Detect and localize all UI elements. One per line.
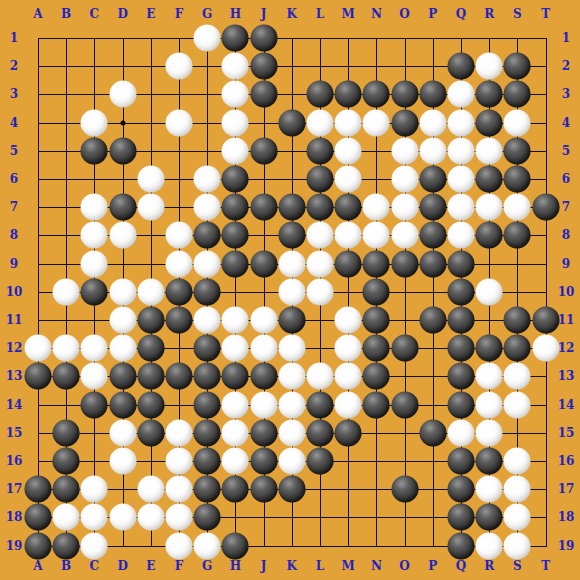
stone-black-L15[interactable] (307, 419, 334, 446)
row-label-right-5: 5 (562, 145, 570, 157)
stone-black-S5[interactable] (504, 137, 531, 164)
stone-black-Q18[interactable] (448, 504, 475, 531)
stone-white-H2[interactable] (222, 53, 249, 80)
row-label-left-19: 19 (6, 540, 23, 552)
stone-black-K17[interactable] (278, 476, 305, 503)
stone-white-C12[interactable] (81, 335, 108, 362)
stone-black-P8[interactable] (419, 222, 446, 249)
row-label-right-1: 1 (562, 32, 570, 44)
stone-white-M5[interactable] (335, 137, 362, 164)
stone-white-B12[interactable] (53, 335, 80, 362)
stone-black-M15[interactable] (335, 419, 362, 446)
stone-white-R19[interactable] (476, 532, 503, 559)
stone-white-J12[interactable] (250, 335, 277, 362)
col-label-bottom-R: R (484, 560, 494, 572)
stone-black-J9[interactable] (250, 250, 277, 277)
stone-black-C10[interactable] (81, 278, 108, 305)
stone-white-S13[interactable] (504, 363, 531, 390)
stone-white-M6[interactable] (335, 166, 362, 193)
stone-black-G18[interactable] (194, 504, 221, 531)
stone-black-P3[interactable] (419, 81, 446, 108)
stone-black-G15[interactable] (194, 419, 221, 446)
row-label-right-15: 15 (558, 427, 575, 439)
stone-black-K8[interactable] (278, 222, 305, 249)
stone-white-C13[interactable] (81, 363, 108, 390)
stone-black-C5[interactable] (81, 137, 108, 164)
stone-black-N3[interactable] (363, 81, 390, 108)
stone-white-M13[interactable] (335, 363, 362, 390)
stone-black-H7[interactable] (222, 194, 249, 221)
stone-white-O5[interactable] (391, 137, 418, 164)
stone-white-B10[interactable] (53, 278, 80, 305)
stone-white-D3[interactable] (109, 81, 136, 108)
stone-white-S7[interactable] (504, 194, 531, 221)
stone-white-F19[interactable] (166, 532, 193, 559)
stone-black-A13[interactable] (25, 363, 52, 390)
col-label-top-C: C (90, 8, 100, 20)
stone-black-K11[interactable] (278, 307, 305, 334)
stone-black-Q2[interactable] (448, 53, 475, 80)
stone-white-N4[interactable] (363, 109, 390, 136)
stone-white-O6[interactable] (391, 166, 418, 193)
stone-black-J16[interactable] (250, 448, 277, 475)
stone-white-G11[interactable] (194, 307, 221, 334)
stone-black-R12[interactable] (476, 335, 503, 362)
stone-white-D18[interactable] (109, 504, 136, 531)
stone-black-J1[interactable] (250, 25, 277, 52)
row-label-right-13: 13 (558, 370, 575, 382)
stone-black-Q10[interactable] (448, 278, 475, 305)
col-label-top-H: H (230, 8, 241, 20)
stone-white-S19[interactable] (504, 532, 531, 559)
col-label-top-N: N (371, 8, 382, 20)
row-label-right-6: 6 (562, 173, 570, 185)
stone-white-E7[interactable] (137, 194, 164, 221)
stone-white-F9[interactable] (166, 250, 193, 277)
stone-white-M4[interactable] (335, 109, 362, 136)
stone-white-K9[interactable] (278, 250, 305, 277)
grid-line-v-T (546, 38, 547, 547)
stone-black-J13[interactable] (250, 363, 277, 390)
stone-black-S8[interactable] (504, 222, 531, 249)
row-label-left-8: 8 (10, 229, 18, 241)
col-label-bottom-S: S (513, 560, 522, 572)
stone-black-O12[interactable] (391, 335, 418, 362)
stone-white-Q7[interactable] (448, 194, 475, 221)
stone-black-M7[interactable] (335, 194, 362, 221)
stone-white-Q8[interactable] (448, 222, 475, 249)
col-label-top-L: L (316, 8, 324, 20)
col-label-top-S: S (513, 8, 522, 20)
row-label-right-14: 14 (558, 399, 575, 411)
stone-white-R14[interactable] (476, 391, 503, 418)
stone-black-N12[interactable] (363, 335, 390, 362)
col-label-bottom-J: J (261, 560, 267, 572)
stone-black-J7[interactable] (250, 194, 277, 221)
stone-white-H4[interactable] (222, 109, 249, 136)
stone-black-G16[interactable] (194, 448, 221, 475)
stone-black-J5[interactable] (250, 137, 277, 164)
stone-white-K12[interactable] (278, 335, 305, 362)
stone-white-D12[interactable] (109, 335, 136, 362)
col-label-top-P: P (428, 8, 437, 20)
stone-black-Q14[interactable] (448, 391, 475, 418)
stone-white-H3[interactable] (222, 81, 249, 108)
col-label-bottom-K: K (287, 560, 297, 572)
stone-white-K10[interactable] (278, 278, 305, 305)
stone-black-G10[interactable] (194, 278, 221, 305)
stone-black-N14[interactable] (363, 391, 390, 418)
stone-white-C4[interactable] (81, 109, 108, 136)
stone-black-H1[interactable] (222, 25, 249, 52)
stone-black-E13[interactable] (137, 363, 164, 390)
stone-black-K4[interactable] (278, 109, 305, 136)
stone-white-H14[interactable] (222, 391, 249, 418)
stone-white-B18[interactable] (53, 504, 80, 531)
stone-white-H16[interactable] (222, 448, 249, 475)
col-label-bottom-D: D (117, 560, 127, 572)
stone-white-E17[interactable] (137, 476, 164, 503)
stone-black-Q13[interactable] (448, 363, 475, 390)
col-label-top-Q: Q (456, 8, 466, 20)
stone-black-E15[interactable] (137, 419, 164, 446)
stone-white-Q5[interactable] (448, 137, 475, 164)
col-label-top-D: D (117, 8, 127, 20)
stone-white-M14[interactable] (335, 391, 362, 418)
col-label-bottom-Q: Q (456, 560, 466, 572)
col-label-bottom-A: A (33, 560, 42, 572)
stone-white-S4[interactable] (504, 109, 531, 136)
stone-white-S14[interactable] (504, 391, 531, 418)
stone-black-H13[interactable] (222, 363, 249, 390)
col-label-bottom-E: E (146, 560, 155, 572)
stone-black-E11[interactable] (137, 307, 164, 334)
stone-white-C17[interactable] (81, 476, 108, 503)
stone-white-T12[interactable] (532, 335, 559, 362)
stone-white-Q3[interactable] (448, 81, 475, 108)
stone-white-C7[interactable] (81, 194, 108, 221)
row-label-left-9: 9 (10, 258, 18, 270)
stone-white-R7[interactable] (476, 194, 503, 221)
stone-white-G1[interactable] (194, 25, 221, 52)
stone-black-S3[interactable] (504, 81, 531, 108)
stone-black-B13[interactable] (53, 363, 80, 390)
col-label-bottom-P: P (428, 560, 437, 572)
stone-black-R6[interactable] (476, 166, 503, 193)
row-label-right-16: 16 (558, 455, 575, 467)
stone-black-J2[interactable] (250, 53, 277, 80)
row-label-left-6: 6 (10, 173, 18, 185)
stone-white-Q4[interactable] (448, 109, 475, 136)
stone-white-L10[interactable] (307, 278, 334, 305)
stone-black-N13[interactable] (363, 363, 390, 390)
stone-white-N7[interactable] (363, 194, 390, 221)
stone-black-D7[interactable] (109, 194, 136, 221)
stone-black-T7[interactable] (532, 194, 559, 221)
stone-white-H12[interactable] (222, 335, 249, 362)
stone-black-H19[interactable] (222, 532, 249, 559)
stone-black-O9[interactable] (391, 250, 418, 277)
stone-black-S6[interactable] (504, 166, 531, 193)
stone-black-N10[interactable] (363, 278, 390, 305)
go-board[interactable]: AA11BB22CC33DD44EE55FF66GG77HH88JJ99KK10… (0, 0, 580, 580)
stone-black-H8[interactable] (222, 222, 249, 249)
col-label-top-G: G (202, 8, 212, 20)
row-label-left-7: 7 (10, 201, 18, 213)
stone-white-D10[interactable] (109, 278, 136, 305)
row-label-right-9: 9 (562, 258, 570, 270)
stone-white-R17[interactable] (476, 476, 503, 503)
row-label-left-13: 13 (6, 370, 23, 382)
stone-black-L16[interactable] (307, 448, 334, 475)
stone-black-N9[interactable] (363, 250, 390, 277)
stone-white-O7[interactable] (391, 194, 418, 221)
stone-white-H15[interactable] (222, 419, 249, 446)
row-label-left-5: 5 (10, 145, 18, 157)
stone-black-K7[interactable] (278, 194, 305, 221)
col-label-top-O: O (399, 8, 409, 20)
stone-white-S17[interactable] (504, 476, 531, 503)
stone-white-L8[interactable] (307, 222, 334, 249)
stone-white-R13[interactable] (476, 363, 503, 390)
row-label-right-19: 19 (558, 540, 575, 552)
stone-white-H11[interactable] (222, 307, 249, 334)
stone-black-A18[interactable] (25, 504, 52, 531)
row-label-right-7: 7 (562, 201, 570, 213)
stone-black-A19[interactable] (25, 532, 52, 559)
stone-white-K13[interactable] (278, 363, 305, 390)
col-label-top-E: E (146, 8, 155, 20)
stone-white-R5[interactable] (476, 137, 503, 164)
stone-white-P5[interactable] (419, 137, 446, 164)
col-label-bottom-L: L (316, 560, 324, 572)
stone-black-L3[interactable] (307, 81, 334, 108)
stone-black-B19[interactable] (53, 532, 80, 559)
stone-white-K15[interactable] (278, 419, 305, 446)
stone-black-P7[interactable] (419, 194, 446, 221)
stone-black-B16[interactable] (53, 448, 80, 475)
row-label-left-18: 18 (6, 511, 23, 523)
row-label-right-17: 17 (558, 483, 575, 495)
stone-black-Q19[interactable] (448, 532, 475, 559)
row-label-right-4: 4 (562, 117, 570, 129)
stone-white-F18[interactable] (166, 504, 193, 531)
row-label-right-11: 11 (558, 314, 575, 326)
stone-black-M9[interactable] (335, 250, 362, 277)
col-label-bottom-T: T (541, 560, 550, 572)
stone-white-L4[interactable] (307, 109, 334, 136)
stone-black-B17[interactable] (53, 476, 80, 503)
row-label-left-11: 11 (6, 314, 23, 326)
stone-black-L6[interactable] (307, 166, 334, 193)
stone-black-E14[interactable] (137, 391, 164, 418)
stone-white-E10[interactable] (137, 278, 164, 305)
stone-black-J17[interactable] (250, 476, 277, 503)
stone-black-G14[interactable] (194, 391, 221, 418)
col-label-top-M: M (342, 8, 355, 20)
stone-white-E6[interactable] (137, 166, 164, 193)
stone-white-F16[interactable] (166, 448, 193, 475)
stone-white-S18[interactable] (504, 504, 531, 531)
col-label-top-F: F (175, 8, 184, 20)
stone-black-R16[interactable] (476, 448, 503, 475)
col-label-bottom-B: B (61, 560, 71, 572)
stone-white-P4[interactable] (419, 109, 446, 136)
col-label-top-B: B (61, 8, 71, 20)
row-label-left-4: 4 (10, 117, 18, 129)
row-label-left-10: 10 (6, 286, 23, 298)
stone-white-J11[interactable] (250, 307, 277, 334)
stone-black-P15[interactable] (419, 419, 446, 446)
stone-white-M8[interactable] (335, 222, 362, 249)
stone-black-Q9[interactable] (448, 250, 475, 277)
stone-white-C8[interactable] (81, 222, 108, 249)
stone-black-G17[interactable] (194, 476, 221, 503)
stone-black-R8[interactable] (476, 222, 503, 249)
col-label-bottom-G: G (202, 560, 212, 572)
stone-black-R18[interactable] (476, 504, 503, 531)
stone-white-C18[interactable] (81, 504, 108, 531)
stone-black-R4[interactable] (476, 109, 503, 136)
row-label-left-16: 16 (6, 455, 23, 467)
stone-black-S2[interactable] (504, 53, 531, 80)
stone-white-F4[interactable] (166, 109, 193, 136)
stone-black-H17[interactable] (222, 476, 249, 503)
row-label-left-3: 3 (10, 88, 18, 100)
col-label-bottom-O: O (399, 560, 409, 572)
row-label-right-2: 2 (562, 60, 570, 72)
col-label-top-T: T (541, 8, 550, 20)
stone-white-E18[interactable] (137, 504, 164, 531)
stone-black-Q17[interactable] (448, 476, 475, 503)
stone-black-H9[interactable] (222, 250, 249, 277)
stone-white-M12[interactable] (335, 335, 362, 362)
stone-white-S16[interactable] (504, 448, 531, 475)
stone-black-L14[interactable] (307, 391, 334, 418)
stone-white-O8[interactable] (391, 222, 418, 249)
stone-black-O14[interactable] (391, 391, 418, 418)
stone-black-P11[interactable] (419, 307, 446, 334)
stone-black-D13[interactable] (109, 363, 136, 390)
stone-white-D11[interactable] (109, 307, 136, 334)
col-label-top-A: A (33, 8, 42, 20)
col-label-top-R: R (484, 8, 494, 20)
stone-white-G9[interactable] (194, 250, 221, 277)
row-label-left-17: 17 (6, 483, 23, 495)
row-label-left-15: 15 (6, 427, 23, 439)
stone-white-F8[interactable] (166, 222, 193, 249)
stone-black-J3[interactable] (250, 81, 277, 108)
stone-black-B15[interactable] (53, 419, 80, 446)
stone-white-R2[interactable] (476, 53, 503, 80)
stone-black-G13[interactable] (194, 363, 221, 390)
stone-white-L9[interactable] (307, 250, 334, 277)
stone-black-P6[interactable] (419, 166, 446, 193)
stone-black-H6[interactable] (222, 166, 249, 193)
row-label-left-1: 1 (10, 32, 18, 44)
stone-black-Q12[interactable] (448, 335, 475, 362)
stone-black-O17[interactable] (391, 476, 418, 503)
stone-black-Q16[interactable] (448, 448, 475, 475)
stone-white-K16[interactable] (278, 448, 305, 475)
row-label-right-18: 18 (558, 511, 575, 523)
stone-white-D15[interactable] (109, 419, 136, 446)
row-label-left-14: 14 (6, 399, 23, 411)
stone-white-Q15[interactable] (448, 419, 475, 446)
stone-white-M11[interactable] (335, 307, 362, 334)
row-label-right-8: 8 (562, 229, 570, 241)
stone-white-D8[interactable] (109, 222, 136, 249)
col-label-bottom-M: M (342, 560, 355, 572)
row-label-right-12: 12 (558, 342, 575, 354)
stone-white-Q6[interactable] (448, 166, 475, 193)
stone-black-O3[interactable] (391, 81, 418, 108)
stone-black-E12[interactable] (137, 335, 164, 362)
col-label-top-K: K (287, 8, 297, 20)
stone-white-F15[interactable] (166, 419, 193, 446)
stone-white-R10[interactable] (476, 278, 503, 305)
stone-black-L5[interactable] (307, 137, 334, 164)
stone-black-L7[interactable] (307, 194, 334, 221)
stone-black-A17[interactable] (25, 476, 52, 503)
stone-white-C19[interactable] (81, 532, 108, 559)
col-label-bottom-H: H (230, 560, 241, 572)
stone-white-J14[interactable] (250, 391, 277, 418)
stone-black-S12[interactable] (504, 335, 531, 362)
stone-black-F10[interactable] (166, 278, 193, 305)
stone-black-D14[interactable] (109, 391, 136, 418)
stone-white-K14[interactable] (278, 391, 305, 418)
stone-black-S11[interactable] (504, 307, 531, 334)
stone-white-D16[interactable] (109, 448, 136, 475)
stone-black-F13[interactable] (166, 363, 193, 390)
stone-white-R15[interactable] (476, 419, 503, 446)
stone-black-G8[interactable] (194, 222, 221, 249)
stone-white-F2[interactable] (166, 53, 193, 80)
stone-black-M3[interactable] (335, 81, 362, 108)
row-label-right-3: 3 (562, 88, 570, 100)
stone-black-R3[interactable] (476, 81, 503, 108)
stone-black-C14[interactable] (81, 391, 108, 418)
stone-black-N11[interactable] (363, 307, 390, 334)
stone-black-G12[interactable] (194, 335, 221, 362)
stone-black-P9[interactable] (419, 250, 446, 277)
stone-black-Q11[interactable] (448, 307, 475, 334)
col-label-top-J: J (261, 8, 267, 20)
row-label-left-2: 2 (10, 60, 18, 72)
stone-black-O4[interactable] (391, 109, 418, 136)
col-label-bottom-F: F (175, 560, 184, 572)
stone-black-D5[interactable] (109, 137, 136, 164)
stone-white-N8[interactable] (363, 222, 390, 249)
stone-white-H5[interactable] (222, 137, 249, 164)
col-label-bottom-N: N (371, 560, 382, 572)
stone-black-J15[interactable] (250, 419, 277, 446)
stone-black-F11[interactable] (166, 307, 193, 334)
stone-black-T11[interactable] (532, 307, 559, 334)
stone-white-F17[interactable] (166, 476, 193, 503)
stone-white-G7[interactable] (194, 194, 221, 221)
star-point-D4 (120, 120, 125, 125)
col-label-bottom-C: C (90, 560, 100, 572)
stone-white-G19[interactable] (194, 532, 221, 559)
stone-white-A12[interactable] (25, 335, 52, 362)
row-label-left-12: 12 (6, 342, 23, 354)
stone-white-C9[interactable] (81, 250, 108, 277)
stone-white-G6[interactable] (194, 166, 221, 193)
row-label-right-10: 10 (558, 286, 575, 298)
stone-white-L13[interactable] (307, 363, 334, 390)
